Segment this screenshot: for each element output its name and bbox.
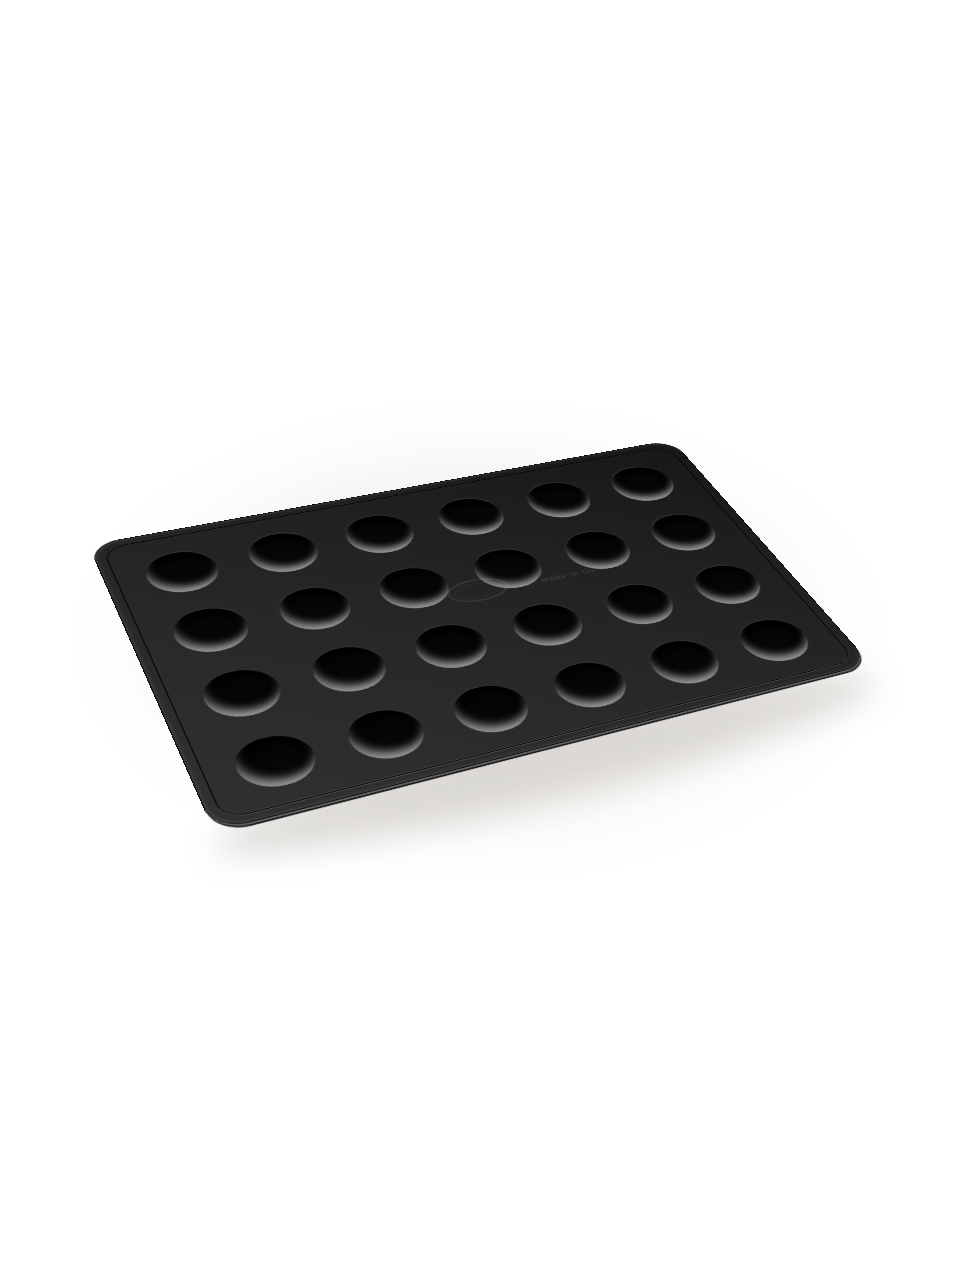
cup-bowl (596, 579, 685, 629)
cup-bowl (518, 479, 600, 522)
cup-grid (89, 440, 869, 830)
cup-bowl (338, 704, 435, 766)
cup-bowl (729, 615, 820, 667)
cup-bowl (166, 603, 257, 658)
cup-bowl (602, 463, 683, 505)
cup-bowl (226, 729, 325, 794)
muffin-tray: Made in Germany (88, 440, 871, 832)
cup-bowl (139, 547, 226, 597)
cup-bowl (642, 511, 726, 556)
cup-bowl (684, 561, 771, 609)
cup-bowl (370, 563, 458, 613)
cup-bowl (503, 599, 593, 651)
cup-bowl (443, 680, 539, 740)
cup-bowl (405, 619, 497, 674)
cup-bowl (271, 583, 361, 636)
cup-bowl (639, 635, 731, 690)
cup-bowl (544, 657, 638, 714)
cup-bowl (430, 495, 513, 540)
product-photo-stage: Made in Germany (0, 0, 960, 1280)
cup-bowl (303, 641, 396, 698)
cup-bowl (195, 664, 290, 724)
cup-bowl (337, 511, 422, 558)
muffin-cup (211, 718, 338, 802)
cup-bowl (241, 529, 327, 577)
